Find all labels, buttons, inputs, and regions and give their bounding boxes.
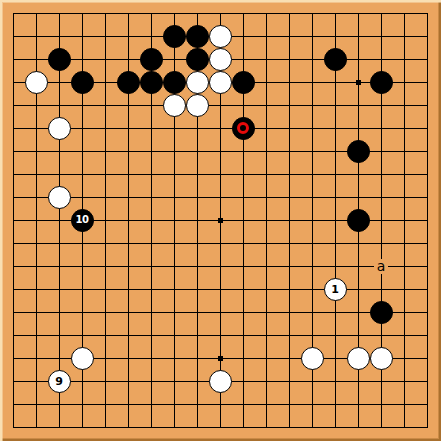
intersection-P7: 1 xyxy=(324,278,347,301)
intersection-B16 xyxy=(25,71,48,94)
go-board: 1019a xyxy=(0,0,441,441)
intersection-H15 xyxy=(163,94,186,117)
intersection-Q4 xyxy=(347,347,370,370)
stone-white-Q4 xyxy=(347,347,370,370)
intersection-Q10 xyxy=(347,209,370,232)
stone-white-K16 xyxy=(209,71,232,94)
intersection-C17 xyxy=(48,48,71,71)
intersection-D16 xyxy=(71,71,94,94)
stone-black-L14 xyxy=(232,117,255,140)
intersection-R16 xyxy=(370,71,393,94)
stone-white-C14 xyxy=(48,117,71,140)
stone-black-R6 xyxy=(370,301,393,324)
board-grid: 1019a xyxy=(2,2,439,439)
intersection-D4 xyxy=(71,347,94,370)
intersection-R4 xyxy=(370,347,393,370)
stone-white-P7: 1 xyxy=(324,278,347,301)
intersection-P17 xyxy=(324,48,347,71)
intersection-R6 xyxy=(370,301,393,324)
intersection-G16 xyxy=(140,71,163,94)
point-label-cell-R8: a xyxy=(370,255,393,278)
stone-white-J15 xyxy=(186,94,209,117)
stone-black-D16 xyxy=(71,71,94,94)
stone-black-P17 xyxy=(324,48,347,71)
stone-white-R4 xyxy=(370,347,393,370)
stone-black-G16 xyxy=(140,71,163,94)
intersection-K17 xyxy=(209,48,232,71)
intersection-H16 xyxy=(163,71,186,94)
stone-black-H18 xyxy=(163,25,186,48)
intersection-K3 xyxy=(209,370,232,393)
stone-white-K18 xyxy=(209,25,232,48)
intersection-L16 xyxy=(232,71,255,94)
stone-black-D10: 10 xyxy=(71,209,94,232)
intersection-G17 xyxy=(140,48,163,71)
stone-black-J18 xyxy=(186,25,209,48)
intersection-H18 xyxy=(163,25,186,48)
stone-black-C17 xyxy=(48,48,71,71)
stone-black-R16 xyxy=(370,71,393,94)
stone-black-Q10 xyxy=(347,209,370,232)
intersection-K16 xyxy=(209,71,232,94)
stone-black-Q13 xyxy=(347,140,370,163)
stone-white-K3 xyxy=(209,370,232,393)
stone-black-F16 xyxy=(117,71,140,94)
intersection-Q13 xyxy=(347,140,370,163)
stone-black-L16 xyxy=(232,71,255,94)
intersection-J18 xyxy=(186,25,209,48)
stone-black-G17 xyxy=(140,48,163,71)
intersection-L14 xyxy=(232,117,255,140)
stone-white-C3: 9 xyxy=(48,370,71,393)
intersection-J15 xyxy=(186,94,209,117)
intersection-K18 xyxy=(209,25,232,48)
stone-black-H16 xyxy=(163,71,186,94)
stone-white-O4 xyxy=(301,347,324,370)
intersection-C11 xyxy=(48,186,71,209)
intersection-O4 xyxy=(301,347,324,370)
intersection-J16 xyxy=(186,71,209,94)
stone-white-B16 xyxy=(25,71,48,94)
stone-black-J17 xyxy=(186,48,209,71)
point-label-a: a xyxy=(374,259,389,274)
intersection-D10: 10 xyxy=(71,209,94,232)
stone-white-D4 xyxy=(71,347,94,370)
intersection-J17 xyxy=(186,48,209,71)
intersection-F16 xyxy=(117,71,140,94)
stone-white-K17 xyxy=(209,48,232,71)
stone-white-J16 xyxy=(186,71,209,94)
stone-white-H15 xyxy=(163,94,186,117)
red-circle-marker xyxy=(237,122,249,134)
intersection-C3: 9 xyxy=(48,370,71,393)
intersection-C14 xyxy=(48,117,71,140)
stone-white-C11 xyxy=(48,186,71,209)
